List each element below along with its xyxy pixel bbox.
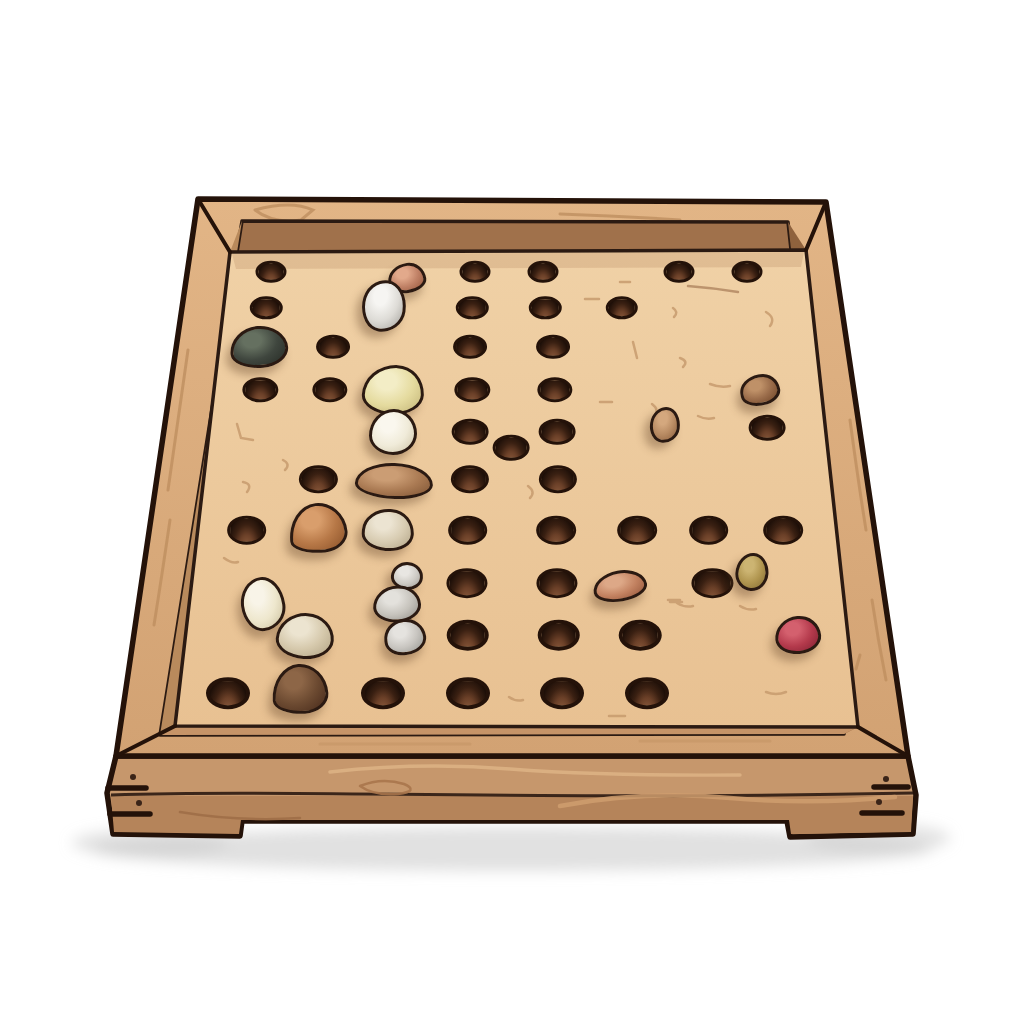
hole-r6-c5[interactable]: [539, 465, 577, 493]
board-grid: [0, 0, 1024, 1024]
hole-r10-c3[interactable]: [361, 677, 405, 709]
stone-beige-round[interactable]: [275, 611, 336, 661]
hole-r10-c4[interactable]: [446, 677, 490, 709]
hole-r4-c5[interactable]: [537, 377, 572, 402]
hole-r9-c6[interactable]: [619, 620, 662, 651]
hole-r2-c1[interactable]: [250, 296, 282, 319]
stone-orange-oblong[interactable]: [591, 566, 650, 606]
hole-r5-c4.5[interactable]: [493, 435, 530, 461]
hole-r8-c5[interactable]: [536, 568, 577, 598]
stone-orange[interactable]: [287, 500, 350, 556]
hole-r1-c8[interactable]: [732, 261, 763, 283]
hole-r10-c6[interactable]: [625, 677, 669, 709]
hole-r4-c4[interactable]: [455, 377, 490, 402]
hole-r4-c1[interactable]: [243, 377, 278, 402]
hole-r1-c5[interactable]: [528, 261, 559, 283]
hole-r8-c4[interactable]: [447, 568, 488, 598]
hole-r5-c4[interactable]: [451, 419, 488, 445]
hole-r2-c6[interactable]: [606, 296, 638, 319]
stone-gray-mid[interactable]: [372, 584, 422, 623]
illustration-canvas: [0, 0, 1024, 1024]
hole-r5-c8[interactable]: [749, 415, 786, 441]
stone-silver[interactable]: [382, 616, 429, 657]
hole-r3-c4[interactable]: [453, 335, 487, 359]
stone-beige[interactable]: [361, 507, 416, 553]
hole-r9-c5[interactable]: [537, 620, 580, 651]
stone-red[interactable]: [774, 614, 823, 656]
hole-r1-c4[interactable]: [460, 261, 491, 283]
stone-dark-green[interactable]: [228, 324, 289, 371]
hole-r4-c2[interactable]: [312, 377, 347, 402]
stone-dark-brown[interactable]: [270, 662, 329, 716]
hole-r7-c6[interactable]: [617, 516, 657, 545]
stone-tan-small[interactable]: [647, 405, 682, 445]
hole-r8-c7[interactable]: [692, 568, 733, 598]
hole-r1-c1[interactable]: [256, 261, 287, 283]
hole-r7-c8[interactable]: [764, 516, 804, 545]
hole-r10-c1[interactable]: [206, 677, 250, 709]
hole-r6-c2[interactable]: [299, 465, 337, 493]
hole-r7-c1[interactable]: [227, 516, 267, 545]
hole-r9-c4[interactable]: [446, 620, 489, 651]
hole-r5-c5[interactable]: [538, 419, 575, 445]
hole-r7-c7[interactable]: [689, 516, 729, 545]
hole-r2-c5[interactable]: [529, 296, 561, 319]
hole-r2-c4[interactable]: [456, 296, 488, 319]
stone-brown-small[interactable]: [737, 371, 782, 408]
hole-r3-c5[interactable]: [537, 335, 571, 359]
hole-r6-c4[interactable]: [451, 465, 489, 493]
stone-olive[interactable]: [734, 552, 770, 592]
hole-r3-c2[interactable]: [316, 335, 350, 359]
stone-brown-oblong[interactable]: [355, 462, 434, 501]
hole-r1-c7[interactable]: [664, 261, 695, 283]
hole-r7-c5[interactable]: [537, 516, 577, 545]
hole-r10-c5[interactable]: [540, 677, 584, 709]
stone-cream-white[interactable]: [369, 409, 417, 455]
hole-r7-c4[interactable]: [448, 516, 488, 545]
